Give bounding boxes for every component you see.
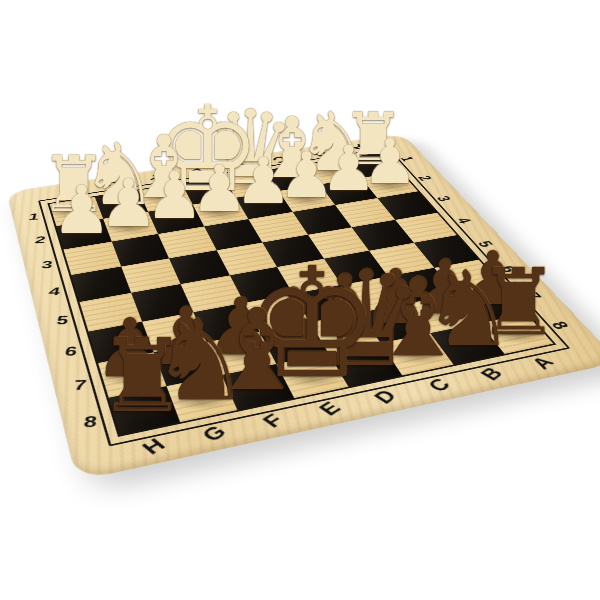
rank-label-5: 5 xyxy=(42,304,83,336)
rank-label-6: 6 xyxy=(50,334,92,369)
chess-photo-stage: 12345678 12345678 HGFEDCBA HGFEDCBA ♜♞♝♛… xyxy=(0,0,600,600)
white-pawn-glyph: ♟ xyxy=(52,177,112,244)
rank-label-3: 3 xyxy=(28,251,66,279)
black-rook-glyph: ♜ xyxy=(97,327,188,428)
rank-label-4: 4 xyxy=(34,277,73,307)
